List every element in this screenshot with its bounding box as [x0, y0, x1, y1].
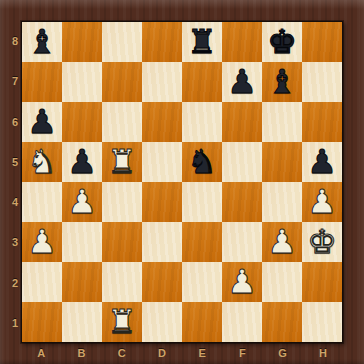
square-a5[interactable]: ♞: [22, 142, 62, 182]
square-g1[interactable]: [262, 302, 302, 342]
square-f5[interactable]: [222, 142, 262, 182]
square-d5[interactable]: [142, 142, 182, 182]
piece-black-rook[interactable]: ♜: [182, 22, 222, 62]
square-a2[interactable]: [22, 262, 62, 302]
piece-black-bishop[interactable]: ♝: [262, 62, 302, 102]
piece-black-pawn[interactable]: ♟: [22, 102, 62, 142]
square-d7[interactable]: [142, 62, 182, 102]
square-e3[interactable]: [182, 222, 222, 262]
piece-black-pawn[interactable]: ♟: [222, 62, 262, 102]
piece-black-pawn[interactable]: ♟: [62, 142, 102, 182]
chess-board-screenshot: 87654321 ABCDEFGH ♝♜♚♟♝♟♞♟♜♞♟♟♟♟♟♚♟♜: [0, 0, 364, 364]
file-label-g: G: [263, 342, 303, 364]
square-b3[interactable]: [62, 222, 102, 262]
piece-white-rook[interactable]: ♜: [102, 142, 142, 182]
square-f1[interactable]: [222, 302, 262, 342]
square-c1[interactable]: ♜: [102, 302, 142, 342]
piece-white-pawn[interactable]: ♟: [62, 182, 102, 222]
square-c2[interactable]: [102, 262, 142, 302]
file-label-e: E: [182, 342, 222, 364]
square-h7[interactable]: [302, 62, 342, 102]
square-c8[interactable]: [102, 22, 142, 62]
square-e5[interactable]: ♞: [182, 142, 222, 182]
file-label-h: H: [303, 342, 343, 364]
rank-label-3: 3: [0, 222, 21, 262]
piece-white-pawn[interactable]: ♟: [222, 262, 262, 302]
piece-black-pawn[interactable]: ♟: [302, 142, 342, 182]
square-f3[interactable]: [222, 222, 262, 262]
rank-labels: 87654321: [0, 21, 21, 343]
piece-white-pawn[interactable]: ♟: [302, 182, 342, 222]
square-d1[interactable]: [142, 302, 182, 342]
square-g6[interactable]: [262, 102, 302, 142]
piece-white-king[interactable]: ♚: [302, 222, 342, 262]
square-c5[interactable]: ♜: [102, 142, 142, 182]
square-b5[interactable]: ♟: [62, 142, 102, 182]
square-b1[interactable]: [62, 302, 102, 342]
square-f6[interactable]: [222, 102, 262, 142]
square-c7[interactable]: [102, 62, 142, 102]
square-a4[interactable]: [22, 182, 62, 222]
square-h6[interactable]: [302, 102, 342, 142]
square-h3[interactable]: ♚: [302, 222, 342, 262]
square-g7[interactable]: ♝: [262, 62, 302, 102]
square-f8[interactable]: [222, 22, 262, 62]
square-d3[interactable]: [142, 222, 182, 262]
square-a8[interactable]: ♝: [22, 22, 62, 62]
piece-white-rook[interactable]: ♜: [102, 302, 142, 342]
file-label-b: B: [61, 342, 101, 364]
square-b6[interactable]: [62, 102, 102, 142]
rank-label-6: 6: [0, 102, 21, 142]
square-a6[interactable]: ♟: [22, 102, 62, 142]
square-b7[interactable]: [62, 62, 102, 102]
rank-label-2: 2: [0, 263, 21, 303]
piece-black-king[interactable]: ♚: [262, 22, 302, 62]
square-d2[interactable]: [142, 262, 182, 302]
square-e1[interactable]: [182, 302, 222, 342]
square-h1[interactable]: [302, 302, 342, 342]
square-g3[interactable]: ♟: [262, 222, 302, 262]
square-b4[interactable]: ♟: [62, 182, 102, 222]
square-h4[interactable]: ♟: [302, 182, 342, 222]
chess-board: ♝♜♚♟♝♟♞♟♜♞♟♟♟♟♟♚♟♜: [21, 21, 343, 343]
square-g2[interactable]: [262, 262, 302, 302]
square-d6[interactable]: [142, 102, 182, 142]
piece-black-bishop[interactable]: ♝: [22, 22, 62, 62]
piece-white-knight[interactable]: ♞: [22, 142, 62, 182]
square-a7[interactable]: [22, 62, 62, 102]
square-f4[interactable]: [222, 182, 262, 222]
square-a3[interactable]: ♟: [22, 222, 62, 262]
file-label-f: F: [222, 342, 262, 364]
piece-white-pawn[interactable]: ♟: [262, 222, 302, 262]
square-e7[interactable]: [182, 62, 222, 102]
square-b8[interactable]: [62, 22, 102, 62]
square-h2[interactable]: [302, 262, 342, 302]
square-c6[interactable]: [102, 102, 142, 142]
square-g5[interactable]: [262, 142, 302, 182]
square-e6[interactable]: [182, 102, 222, 142]
rank-label-7: 7: [0, 61, 21, 101]
square-f2[interactable]: ♟: [222, 262, 262, 302]
rank-label-8: 8: [0, 21, 21, 61]
rank-label-1: 1: [0, 303, 21, 343]
square-a1[interactable]: [22, 302, 62, 342]
file-label-c: C: [102, 342, 142, 364]
square-d4[interactable]: [142, 182, 182, 222]
piece-white-pawn[interactable]: ♟: [22, 222, 62, 262]
square-g4[interactable]: [262, 182, 302, 222]
file-labels: ABCDEFGH: [21, 342, 343, 364]
square-b2[interactable]: [62, 262, 102, 302]
square-c3[interactable]: [102, 222, 142, 262]
square-d8[interactable]: [142, 22, 182, 62]
file-label-d: D: [142, 342, 182, 364]
square-e2[interactable]: [182, 262, 222, 302]
square-e4[interactable]: [182, 182, 222, 222]
square-f7[interactable]: ♟: [222, 62, 262, 102]
square-g8[interactable]: ♚: [262, 22, 302, 62]
square-c4[interactable]: [102, 182, 142, 222]
square-h8[interactable]: [302, 22, 342, 62]
square-e8[interactable]: ♜: [182, 22, 222, 62]
piece-black-knight[interactable]: ♞: [182, 142, 222, 182]
rank-label-4: 4: [0, 182, 21, 222]
rank-label-5: 5: [0, 142, 21, 182]
square-h5[interactable]: ♟: [302, 142, 342, 182]
file-label-a: A: [21, 342, 61, 364]
